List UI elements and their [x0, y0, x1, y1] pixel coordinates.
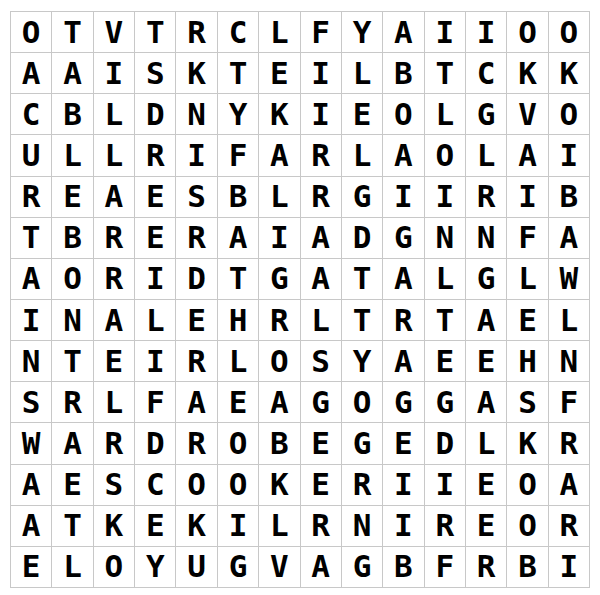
cell-r2c8[interactable]: I [301, 53, 341, 93]
cell-r8c4[interactable]: L [135, 300, 175, 340]
cell-r4c8[interactable]: R [301, 135, 341, 175]
cell-r2c9[interactable]: L [342, 53, 382, 93]
cell-r1c1[interactable]: O [11, 12, 51, 52]
cell-r12c2[interactable]: E [52, 465, 92, 505]
cell-r2c10[interactable]: B [383, 53, 423, 93]
cell-r10c6[interactable]: E [218, 382, 258, 422]
cell-r7c1[interactable]: A [11, 259, 51, 299]
cell-r1c3[interactable]: V [94, 12, 134, 52]
cell-r13c4[interactable]: E [135, 506, 175, 546]
cell-r4c11[interactable]: O [425, 135, 465, 175]
cell-r12c10[interactable]: I [383, 465, 423, 505]
cell-r1c5[interactable]: R [176, 12, 216, 52]
cell-r5c7[interactable]: L [259, 177, 299, 217]
cell-r10c11[interactable]: G [425, 382, 465, 422]
cell-r2c1[interactable]: A [11, 53, 51, 93]
cell-r13c2[interactable]: T [52, 506, 92, 546]
cell-r3c4[interactable]: D [135, 94, 175, 134]
cell-r9c9[interactable]: Y [342, 341, 382, 381]
cell-r14c11[interactable]: F [425, 547, 465, 587]
cell-r3c8[interactable]: I [301, 94, 341, 134]
cell-r5c11[interactable]: I [425, 177, 465, 217]
cell-r5c4[interactable]: E [135, 177, 175, 217]
cell-r1c4[interactable]: T [135, 12, 175, 52]
cell-r8c7[interactable]: R [259, 300, 299, 340]
cell-r11c3[interactable]: R [94, 423, 134, 463]
cell-r13c10[interactable]: I [383, 506, 423, 546]
cell-r12c4[interactable]: C [135, 465, 175, 505]
cell-r14c1[interactable]: E [11, 547, 51, 587]
cell-r2c6[interactable]: T [218, 53, 258, 93]
cell-r11c14[interactable]: R [549, 423, 589, 463]
cell-r12c7[interactable]: K [259, 465, 299, 505]
cell-r14c4[interactable]: Y [135, 547, 175, 587]
cell-r6c10[interactable]: G [383, 218, 423, 258]
cell-r12c8[interactable]: E [301, 465, 341, 505]
cell-r9c8[interactable]: S [301, 341, 341, 381]
cell-r3c14[interactable]: O [549, 94, 589, 134]
cell-r13c11[interactable]: R [425, 506, 465, 546]
cell-r5c12[interactable]: R [466, 177, 506, 217]
cell-r3c6[interactable]: Y [218, 94, 258, 134]
cell-r13c12[interactable]: E [466, 506, 506, 546]
cell-r11c9[interactable]: G [342, 423, 382, 463]
cell-r8c9[interactable]: T [342, 300, 382, 340]
cell-r14c13[interactable]: B [507, 547, 547, 587]
cell-r14c2[interactable]: L [52, 547, 92, 587]
cell-r7c5[interactable]: D [176, 259, 216, 299]
cell-r13c6[interactable]: I [218, 506, 258, 546]
cell-r2c12[interactable]: C [466, 53, 506, 93]
cell-r1c11[interactable]: I [425, 12, 465, 52]
cell-r1c12[interactable]: I [466, 12, 506, 52]
cell-r8c14[interactable]: L [549, 300, 589, 340]
cell-r11c7[interactable]: B [259, 423, 299, 463]
cell-r8c6[interactable]: H [218, 300, 258, 340]
cell-r9c10[interactable]: A [383, 341, 423, 381]
cell-r5c8[interactable]: R [301, 177, 341, 217]
cell-r10c7[interactable]: A [259, 382, 299, 422]
cell-r7c4[interactable]: I [135, 259, 175, 299]
cell-r9c1[interactable]: N [11, 341, 51, 381]
cell-r7c8[interactable]: A [301, 259, 341, 299]
cell-r13c3[interactable]: K [94, 506, 134, 546]
cell-r8c13[interactable]: E [507, 300, 547, 340]
cell-r2c4[interactable]: S [135, 53, 175, 93]
cell-r6c9[interactable]: D [342, 218, 382, 258]
cell-r4c13[interactable]: A [507, 135, 547, 175]
cell-r5c5[interactable]: S [176, 177, 216, 217]
cell-r8c8[interactable]: L [301, 300, 341, 340]
cell-r4c4[interactable]: R [135, 135, 175, 175]
cell-r12c3[interactable]: S [94, 465, 134, 505]
cell-r10c12[interactable]: A [466, 382, 506, 422]
cell-r1c7[interactable]: L [259, 12, 299, 52]
cell-r8c5[interactable]: E [176, 300, 216, 340]
cell-r3c1[interactable]: C [11, 94, 51, 134]
cell-r14c9[interactable]: G [342, 547, 382, 587]
cell-r7c14[interactable]: W [549, 259, 589, 299]
cell-r13c1[interactable]: A [11, 506, 51, 546]
cell-r14c10[interactable]: B [383, 547, 423, 587]
cell-r6c13[interactable]: F [507, 218, 547, 258]
cell-r8c3[interactable]: A [94, 300, 134, 340]
cell-r12c1[interactable]: A [11, 465, 51, 505]
cell-r3c11[interactable]: L [425, 94, 465, 134]
cell-r4c2[interactable]: L [52, 135, 92, 175]
cell-r9c4[interactable]: I [135, 341, 175, 381]
cell-r7c13[interactable]: L [507, 259, 547, 299]
cell-r6c1[interactable]: T [11, 218, 51, 258]
cell-r10c5[interactable]: A [176, 382, 216, 422]
cell-r6c4[interactable]: E [135, 218, 175, 258]
cell-r3c2[interactable]: B [52, 94, 92, 134]
cell-r12c6[interactable]: O [218, 465, 258, 505]
cell-r10c9[interactable]: O [342, 382, 382, 422]
cell-r2c7[interactable]: E [259, 53, 299, 93]
cell-r11c12[interactable]: L [466, 423, 506, 463]
cell-r4c9[interactable]: L [342, 135, 382, 175]
cell-r2c3[interactable]: I [94, 53, 134, 93]
cell-r1c6[interactable]: C [218, 12, 258, 52]
cell-r11c6[interactable]: O [218, 423, 258, 463]
cell-r13c5[interactable]: K [176, 506, 216, 546]
cell-r11c5[interactable]: R [176, 423, 216, 463]
cell-r13c8[interactable]: R [301, 506, 341, 546]
cell-r6c2[interactable]: B [52, 218, 92, 258]
cell-r4c3[interactable]: L [94, 135, 134, 175]
cell-r6c3[interactable]: R [94, 218, 134, 258]
cell-r6c14[interactable]: A [549, 218, 589, 258]
cell-r13c14[interactable]: R [549, 506, 589, 546]
cell-r3c13[interactable]: V [507, 94, 547, 134]
cell-r7c9[interactable]: T [342, 259, 382, 299]
cell-r9c5[interactable]: R [176, 341, 216, 381]
cell-r6c6[interactable]: A [218, 218, 258, 258]
cell-r6c11[interactable]: N [425, 218, 465, 258]
cell-r9c12[interactable]: E [466, 341, 506, 381]
cell-r4c1[interactable]: U [11, 135, 51, 175]
cell-r11c4[interactable]: D [135, 423, 175, 463]
cell-r13c13[interactable]: O [507, 506, 547, 546]
cell-r7c6[interactable]: T [218, 259, 258, 299]
cell-r9c3[interactable]: E [94, 341, 134, 381]
cell-r14c7[interactable]: V [259, 547, 299, 587]
cell-r11c8[interactable]: E [301, 423, 341, 463]
cell-r12c9[interactable]: R [342, 465, 382, 505]
cell-r14c14[interactable]: I [549, 547, 589, 587]
word-search-page: OTVTRCLFYAIIOOAAISKTEILBTCKKCBLDNYKIEOLG… [0, 0, 600, 595]
cell-r6c8[interactable]: A [301, 218, 341, 258]
cell-r9c6[interactable]: L [218, 341, 258, 381]
cell-r2c13[interactable]: K [507, 53, 547, 93]
cell-r1c14[interactable]: O [549, 12, 589, 52]
cell-r9c7[interactable]: O [259, 341, 299, 381]
cell-r1c2[interactable]: T [52, 12, 92, 52]
cell-r11c11[interactable]: D [425, 423, 465, 463]
cell-r10c10[interactable]: G [383, 382, 423, 422]
cell-r3c7[interactable]: K [259, 94, 299, 134]
cell-r4c10[interactable]: A [383, 135, 423, 175]
cell-r7c11[interactable]: L [425, 259, 465, 299]
cell-r5c6[interactable]: B [218, 177, 258, 217]
cell-r7c7[interactable]: G [259, 259, 299, 299]
cell-r8c10[interactable]: R [383, 300, 423, 340]
cell-r10c14[interactable]: F [549, 382, 589, 422]
cell-r11c2[interactable]: A [52, 423, 92, 463]
cell-r10c4[interactable]: F [135, 382, 175, 422]
cell-r6c12[interactable]: N [466, 218, 506, 258]
cell-r9c2[interactable]: T [52, 341, 92, 381]
cell-r4c5[interactable]: I [176, 135, 216, 175]
word-search-grid: OTVTRCLFYAIIOOAAISKTEILBTCKKCBLDNYKIEOLG… [10, 11, 590, 588]
cell-r5c14[interactable]: B [549, 177, 589, 217]
cell-r3c5[interactable]: N [176, 94, 216, 134]
cell-r2c14[interactable]: K [549, 53, 589, 93]
cell-r13c9[interactable]: N [342, 506, 382, 546]
cell-r5c13[interactable]: I [507, 177, 547, 217]
cell-r6c7[interactable]: I [259, 218, 299, 258]
cell-r10c8[interactable]: G [301, 382, 341, 422]
cell-r2c2[interactable]: A [52, 53, 92, 93]
cell-r11c1[interactable]: W [11, 423, 51, 463]
cell-r1c9[interactable]: Y [342, 12, 382, 52]
cell-r14c5[interactable]: U [176, 547, 216, 587]
cell-r10c1[interactable]: S [11, 382, 51, 422]
cell-r9c11[interactable]: E [425, 341, 465, 381]
cell-r11c10[interactable]: E [383, 423, 423, 463]
cell-r11c13[interactable]: K [507, 423, 547, 463]
cell-r14c6[interactable]: G [218, 547, 258, 587]
cell-r9c14[interactable]: N [549, 341, 589, 381]
cell-r12c12[interactable]: E [466, 465, 506, 505]
cell-r12c14[interactable]: A [549, 465, 589, 505]
cell-r5c3[interactable]: A [94, 177, 134, 217]
cell-r10c13[interactable]: S [507, 382, 547, 422]
cell-r12c13[interactable]: O [507, 465, 547, 505]
cell-r9c13[interactable]: H [507, 341, 547, 381]
cell-r12c11[interactable]: I [425, 465, 465, 505]
cell-r8c1[interactable]: I [11, 300, 51, 340]
cell-r5c9[interactable]: G [342, 177, 382, 217]
cell-r7c10[interactable]: A [383, 259, 423, 299]
cell-r4c14[interactable]: I [549, 135, 589, 175]
cell-r14c8[interactable]: A [301, 547, 341, 587]
cell-r10c2[interactable]: R [52, 382, 92, 422]
cell-r8c2[interactable]: N [52, 300, 92, 340]
cell-r14c12[interactable]: R [466, 547, 506, 587]
cell-r1c10[interactable]: A [383, 12, 423, 52]
cell-r7c3[interactable]: R [94, 259, 134, 299]
cell-r3c12[interactable]: G [466, 94, 506, 134]
cell-r2c11[interactable]: T [425, 53, 465, 93]
cell-r3c3[interactable]: L [94, 94, 134, 134]
cell-r1c8[interactable]: F [301, 12, 341, 52]
cell-r4c7[interactable]: A [259, 135, 299, 175]
cell-r13c7[interactable]: L [259, 506, 299, 546]
cell-r4c12[interactable]: L [466, 135, 506, 175]
cell-r1c13[interactable]: O [507, 12, 547, 52]
cell-r8c11[interactable]: T [425, 300, 465, 340]
cell-r7c12[interactable]: G [466, 259, 506, 299]
cell-r5c1[interactable]: R [11, 177, 51, 217]
cell-r5c2[interactable]: E [52, 177, 92, 217]
cell-r2c5[interactable]: K [176, 53, 216, 93]
cell-r4c6[interactable]: F [218, 135, 258, 175]
cell-r14c3[interactable]: O [94, 547, 134, 587]
cell-r5c10[interactable]: I [383, 177, 423, 217]
cell-r8c12[interactable]: A [466, 300, 506, 340]
cell-r12c5[interactable]: O [176, 465, 216, 505]
cell-r7c2[interactable]: O [52, 259, 92, 299]
cell-r3c10[interactable]: O [383, 94, 423, 134]
cell-r3c9[interactable]: E [342, 94, 382, 134]
cell-r10c3[interactable]: L [94, 382, 134, 422]
cell-r6c5[interactable]: R [176, 218, 216, 258]
